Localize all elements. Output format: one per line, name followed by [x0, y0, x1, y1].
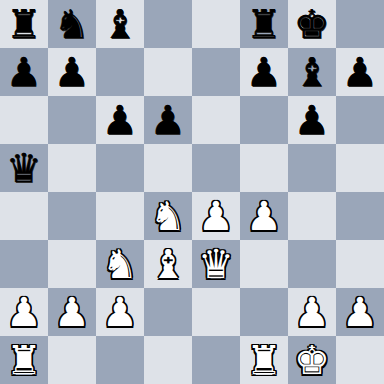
black-pawn-icon: ♟ — [342, 48, 378, 96]
square-b6[interactable] — [48, 96, 96, 144]
square-e8[interactable] — [192, 0, 240, 48]
square-g1[interactable]: ♚ — [288, 336, 336, 384]
white-bishop-icon: ♝ — [150, 240, 186, 288]
square-a2[interactable]: ♟ — [0, 288, 48, 336]
white-pawn-icon: ♟ — [342, 288, 378, 336]
black-pawn-icon: ♟ — [102, 96, 138, 144]
square-g2[interactable]: ♟ — [288, 288, 336, 336]
square-c3[interactable]: ♞ — [96, 240, 144, 288]
square-h3[interactable] — [336, 240, 384, 288]
square-d6[interactable]: ♟ — [144, 96, 192, 144]
square-d5[interactable] — [144, 144, 192, 192]
white-queen-icon: ♛ — [198, 240, 234, 288]
white-pawn-icon: ♟ — [102, 288, 138, 336]
black-king-icon: ♚ — [294, 0, 330, 48]
square-c1[interactable] — [96, 336, 144, 384]
square-b8[interactable]: ♞ — [48, 0, 96, 48]
white-knight-icon: ♞ — [102, 240, 138, 288]
square-e6[interactable] — [192, 96, 240, 144]
square-f5[interactable] — [240, 144, 288, 192]
square-a8[interactable]: ♜ — [0, 0, 48, 48]
square-e5[interactable] — [192, 144, 240, 192]
square-g6[interactable]: ♟ — [288, 96, 336, 144]
square-b7[interactable]: ♟ — [48, 48, 96, 96]
square-h1[interactable] — [336, 336, 384, 384]
black-queen-icon: ♛ — [6, 144, 42, 192]
white-king-icon: ♚ — [294, 336, 330, 384]
square-g8[interactable]: ♚ — [288, 0, 336, 48]
square-a5[interactable]: ♛ — [0, 144, 48, 192]
square-g3[interactable] — [288, 240, 336, 288]
black-bishop-icon: ♝ — [294, 48, 330, 96]
square-e4[interactable]: ♟ — [192, 192, 240, 240]
black-bishop-icon: ♝ — [102, 0, 138, 48]
square-a7[interactable]: ♟ — [0, 48, 48, 96]
square-f3[interactable] — [240, 240, 288, 288]
white-knight-icon: ♞ — [150, 192, 186, 240]
white-pawn-icon: ♟ — [198, 192, 234, 240]
square-e2[interactable] — [192, 288, 240, 336]
square-c8[interactable]: ♝ — [96, 0, 144, 48]
square-b3[interactable] — [48, 240, 96, 288]
white-pawn-icon: ♟ — [246, 192, 282, 240]
black-pawn-icon: ♟ — [150, 96, 186, 144]
square-d7[interactable] — [144, 48, 192, 96]
square-c5[interactable] — [96, 144, 144, 192]
square-b2[interactable]: ♟ — [48, 288, 96, 336]
square-c7[interactable] — [96, 48, 144, 96]
square-b5[interactable] — [48, 144, 96, 192]
square-d1[interactable] — [144, 336, 192, 384]
square-f4[interactable]: ♟ — [240, 192, 288, 240]
square-h6[interactable] — [336, 96, 384, 144]
square-b4[interactable] — [48, 192, 96, 240]
black-pawn-icon: ♟ — [6, 48, 42, 96]
square-c4[interactable] — [96, 192, 144, 240]
square-e3[interactable]: ♛ — [192, 240, 240, 288]
white-pawn-icon: ♟ — [54, 288, 90, 336]
square-d2[interactable] — [144, 288, 192, 336]
square-h8[interactable] — [336, 0, 384, 48]
square-g5[interactable] — [288, 144, 336, 192]
square-g7[interactable]: ♝ — [288, 48, 336, 96]
square-f8[interactable]: ♜ — [240, 0, 288, 48]
chess-board-container: ♜♞♝♜♚♟♟♟♝♟♟♟♟♛♞♟♟♞♝♛♟♟♟♟♟♜♜♚ — [0, 0, 384, 384]
square-a6[interactable] — [0, 96, 48, 144]
square-d4[interactable]: ♞ — [144, 192, 192, 240]
white-rook-icon: ♜ — [6, 336, 42, 384]
square-a1[interactable]: ♜ — [0, 336, 48, 384]
square-e1[interactable] — [192, 336, 240, 384]
square-d3[interactable]: ♝ — [144, 240, 192, 288]
chess-board: ♜♞♝♜♚♟♟♟♝♟♟♟♟♛♞♟♟♞♝♛♟♟♟♟♟♜♜♚ — [0, 0, 384, 384]
black-rook-icon: ♜ — [246, 0, 282, 48]
square-h4[interactable] — [336, 192, 384, 240]
square-a4[interactable] — [0, 192, 48, 240]
square-e7[interactable] — [192, 48, 240, 96]
square-f7[interactable]: ♟ — [240, 48, 288, 96]
square-h2[interactable]: ♟ — [336, 288, 384, 336]
white-pawn-icon: ♟ — [6, 288, 42, 336]
square-c2[interactable]: ♟ — [96, 288, 144, 336]
square-a3[interactable] — [0, 240, 48, 288]
square-f6[interactable] — [240, 96, 288, 144]
black-pawn-icon: ♟ — [246, 48, 282, 96]
square-c6[interactable]: ♟ — [96, 96, 144, 144]
square-h5[interactable] — [336, 144, 384, 192]
white-rook-icon: ♜ — [246, 336, 282, 384]
square-h7[interactable]: ♟ — [336, 48, 384, 96]
square-d8[interactable] — [144, 0, 192, 48]
square-g4[interactable] — [288, 192, 336, 240]
square-b1[interactable] — [48, 336, 96, 384]
square-f2[interactable] — [240, 288, 288, 336]
white-pawn-icon: ♟ — [294, 288, 330, 336]
black-pawn-icon: ♟ — [54, 48, 90, 96]
black-pawn-icon: ♟ — [294, 96, 330, 144]
black-rook-icon: ♜ — [6, 0, 42, 48]
black-knight-icon: ♞ — [54, 0, 90, 48]
square-f1[interactable]: ♜ — [240, 336, 288, 384]
